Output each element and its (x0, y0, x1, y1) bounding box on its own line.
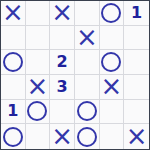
cell-r2c4: × (75, 26, 100, 51)
o-mark-icon (3, 127, 23, 147)
cell-r3c6[interactable] (124, 50, 149, 75)
cell-r4c6[interactable] (124, 75, 149, 100)
x-mark-icon: × (101, 75, 123, 99)
cell-r3c1 (1, 50, 26, 75)
o-mark-icon (101, 3, 121, 23)
cell-r1c1: × (1, 1, 26, 26)
o-mark-icon (27, 101, 47, 121)
x-mark-icon: × (126, 124, 148, 148)
o-mark-icon (77, 101, 97, 121)
cell-r2c3[interactable] (50, 26, 75, 51)
cell-r4c1[interactable] (1, 75, 26, 100)
clue-number: 1 (7, 103, 18, 119)
cell-r2c6[interactable] (124, 26, 149, 51)
cell-r3c5 (100, 50, 125, 75)
o-mark-icon (3, 52, 23, 72)
x-mark-icon: × (51, 124, 73, 148)
cell-r6c2[interactable] (26, 124, 51, 149)
cell-r6c3: × (50, 124, 75, 149)
clue-number: 3 (57, 79, 68, 95)
puzzle-board: ××1×2×3×1×× (0, 0, 150, 150)
cell-r3c4[interactable] (75, 50, 100, 75)
cell-r5c4 (75, 100, 100, 125)
cell-r2c2[interactable] (26, 26, 51, 51)
cell-r1c3: × (50, 1, 75, 26)
clue-number: 1 (131, 5, 142, 21)
o-mark-icon (77, 127, 97, 147)
cell-r4c4[interactable] (75, 75, 100, 100)
cell-r4c3: 3 (50, 75, 75, 100)
cell-r4c2: × (26, 75, 51, 100)
x-mark-icon: × (76, 26, 98, 50)
cell-r1c4[interactable] (75, 1, 100, 26)
cell-r6c1 (1, 124, 26, 149)
cell-r6c4 (75, 124, 100, 149)
clue-number: 2 (57, 54, 68, 70)
x-mark-icon: × (2, 1, 24, 25)
cell-r3c2[interactable] (26, 50, 51, 75)
x-mark-icon: × (27, 75, 49, 99)
cell-r5c5[interactable] (100, 100, 125, 125)
cell-r5c3[interactable] (50, 100, 75, 125)
cell-r6c5[interactable] (100, 124, 125, 149)
x-mark-icon: × (51, 1, 73, 25)
cell-r3c3: 2 (50, 50, 75, 75)
cell-r5c2 (26, 100, 51, 125)
cell-r1c6: 1 (124, 1, 149, 26)
cell-r1c5 (100, 1, 125, 26)
cell-r1c2[interactable] (26, 1, 51, 26)
o-mark-icon (101, 52, 121, 72)
cell-r4c5: × (100, 75, 125, 100)
cell-r6c6: × (124, 124, 149, 149)
cell-r2c5[interactable] (100, 26, 125, 51)
cell-r2c1[interactable] (1, 26, 26, 51)
cell-r5c1: 1 (1, 100, 26, 125)
cell-r5c6[interactable] (124, 100, 149, 125)
